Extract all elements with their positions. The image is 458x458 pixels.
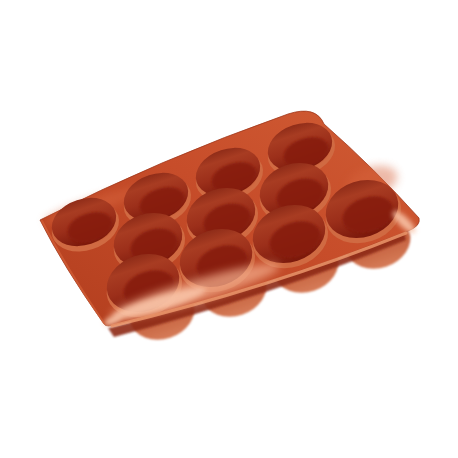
product-photo — [0, 0, 458, 458]
